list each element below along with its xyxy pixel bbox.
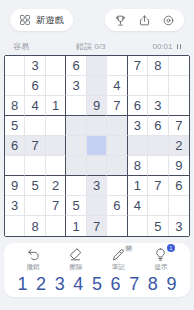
cell-r2c7[interactable] xyxy=(128,76,148,96)
cell-r8c9[interactable] xyxy=(169,196,189,216)
cell-r1c1[interactable] xyxy=(5,56,25,76)
cell-r6c9[interactable]: 9 xyxy=(169,156,189,176)
cell-r2c4[interactable]: 3 xyxy=(66,76,86,96)
cell-r3c4[interactable] xyxy=(66,96,86,116)
pause-button[interactable] xyxy=(176,43,183,51)
top-icon-group xyxy=(105,9,184,31)
erase-label: 擦除 xyxy=(69,263,82,272)
cell-r4c2[interactable] xyxy=(25,116,45,136)
cell-r1c4[interactable]: 6 xyxy=(66,56,86,76)
cell-r4c5[interactable] xyxy=(87,116,107,136)
cell-r5c9[interactable]: 2 xyxy=(169,136,189,156)
cell-r1c3[interactable] xyxy=(46,56,66,76)
cell-r5c8[interactable] xyxy=(148,136,168,156)
cell-r8c5[interactable] xyxy=(87,196,107,216)
cell-r8c8[interactable] xyxy=(148,196,168,216)
cell-r4c6[interactable] xyxy=(107,116,127,136)
cell-r3c3[interactable]: 1 xyxy=(46,96,66,116)
cell-r5c6[interactable] xyxy=(107,136,127,156)
numpad-4[interactable]: 4 xyxy=(70,273,87,295)
undo-label: 撤銷 xyxy=(27,263,40,272)
cell-r4c4[interactable] xyxy=(66,116,86,136)
numpad-7[interactable]: 7 xyxy=(126,273,143,295)
cell-r8c6[interactable]: 6 xyxy=(107,196,127,216)
cell-r8c7[interactable]: 4 xyxy=(128,196,148,216)
numpad-5[interactable]: 5 xyxy=(89,273,106,295)
cell-r6c6[interactable] xyxy=(107,156,127,176)
cell-r7c7[interactable]: 1 xyxy=(128,176,148,196)
settings-icon[interactable] xyxy=(162,14,175,27)
cell-r1c2[interactable]: 3 xyxy=(25,56,45,76)
cell-r2c9[interactable] xyxy=(169,76,189,96)
cell-r6c2[interactable] xyxy=(25,156,45,176)
cell-r9c2[interactable]: 8 xyxy=(25,216,45,236)
share-icon[interactable] xyxy=(138,14,151,27)
hint-label: 提示 xyxy=(154,263,167,272)
numpad-3[interactable]: 3 xyxy=(51,273,68,295)
cell-r1c5[interactable] xyxy=(87,56,107,76)
cell-r9c5[interactable]: 7 xyxy=(87,216,107,236)
cell-r5c7[interactable] xyxy=(128,136,148,156)
cell-r3c9[interactable] xyxy=(169,96,189,116)
cell-r2c3[interactable] xyxy=(46,76,66,96)
numpad: 123456789 xyxy=(11,272,183,295)
grid-icon xyxy=(19,14,31,26)
cell-r6c3[interactable] xyxy=(46,156,66,176)
cell-r4c9[interactable]: 7 xyxy=(169,116,189,136)
cell-r5c4[interactable] xyxy=(66,136,86,156)
timer-group: 00:01 xyxy=(152,42,182,51)
cell-r4c1[interactable]: 5 xyxy=(5,116,25,136)
cell-r9c8[interactable]: 5 xyxy=(148,216,168,236)
cell-r5c3[interactable] xyxy=(46,136,66,156)
cell-r9c3[interactable] xyxy=(46,216,66,236)
cell-r3c6[interactable]: 7 xyxy=(107,96,127,116)
cell-r4c8[interactable]: 6 xyxy=(148,116,168,136)
cell-r7c9[interactable]: 6 xyxy=(169,176,189,196)
numpad-1[interactable]: 1 xyxy=(14,273,31,295)
control-card: 撤銷 擦除 關 筆記 1 xyxy=(4,243,190,297)
cell-r5c1[interactable]: 6 xyxy=(5,136,25,156)
cell-r9c4[interactable]: 1 xyxy=(66,216,86,236)
cell-r7c4[interactable] xyxy=(66,176,86,196)
notes-toggle-badge: 關 xyxy=(124,245,133,252)
cell-r6c4[interactable] xyxy=(66,156,86,176)
cell-r5c5[interactable] xyxy=(87,136,107,156)
cell-r8c1[interactable]: 3 xyxy=(5,196,25,216)
cell-r1c7[interactable]: 7 xyxy=(128,56,148,76)
erase-button[interactable]: 擦除 xyxy=(61,247,91,272)
cell-r9c7[interactable] xyxy=(128,216,148,236)
cell-r2c1[interactable] xyxy=(5,76,25,96)
new-game-label: 新遊戲 xyxy=(36,14,64,27)
cell-r6c7[interactable]: 8 xyxy=(128,156,148,176)
top-bar: 新遊戲 xyxy=(10,9,184,31)
numpad-2[interactable]: 2 xyxy=(33,273,50,295)
undo-icon xyxy=(26,247,41,262)
cell-r6c8[interactable] xyxy=(148,156,168,176)
cell-r7c8[interactable]: 7 xyxy=(148,176,168,196)
trophy-icon[interactable] xyxy=(114,14,127,27)
cell-r7c5[interactable]: 3 xyxy=(87,176,107,196)
cell-r1c8[interactable]: 8 xyxy=(148,56,168,76)
cell-r7c1[interactable]: 9 xyxy=(5,176,25,196)
cell-r7c3[interactable]: 2 xyxy=(46,176,66,196)
numpad-9[interactable]: 9 xyxy=(163,273,180,295)
cell-r3c7[interactable]: 6 xyxy=(128,96,148,116)
cell-r8c2[interactable] xyxy=(25,196,45,216)
sudoku-board: 3678634841976353676728995231763756481753 xyxy=(4,55,190,237)
cell-r6c5[interactable] xyxy=(87,156,107,176)
new-game-button[interactable]: 新遊戲 xyxy=(10,9,73,31)
undo-button[interactable]: 撤銷 xyxy=(18,247,48,272)
cell-r3c2[interactable]: 4 xyxy=(25,96,45,116)
mistakes-counter: 錯誤 0/3 xyxy=(76,41,105,52)
cell-r5c2[interactable]: 7 xyxy=(25,136,45,156)
notes-label: 筆記 xyxy=(112,263,125,272)
cell-r1c6[interactable] xyxy=(107,56,127,76)
cell-r3c5[interactable]: 9 xyxy=(87,96,107,116)
status-bar: 容易 錯誤 0/3 00:01 xyxy=(13,41,182,52)
hint-count-badge: 1 xyxy=(167,244,175,252)
cell-r6c1[interactable] xyxy=(5,156,25,176)
numpad-6[interactable]: 6 xyxy=(107,273,124,295)
cell-r4c3[interactable] xyxy=(46,116,66,136)
tools-row: 撤銷 擦除 關 筆記 1 xyxy=(11,247,183,272)
hint-button[interactable]: 1 提示 xyxy=(146,247,176,272)
cell-r7c2[interactable]: 5 xyxy=(25,176,45,196)
cell-r9c1[interactable] xyxy=(5,216,25,236)
cell-r2c2[interactable]: 6 xyxy=(25,76,45,96)
cell-r7c6[interactable] xyxy=(107,176,127,196)
cell-r3c8[interactable]: 3 xyxy=(148,96,168,116)
cell-r9c9[interactable]: 3 xyxy=(169,216,189,236)
cell-r2c5[interactable] xyxy=(87,76,107,96)
cell-r4c7[interactable]: 3 xyxy=(128,116,148,136)
cell-r8c3[interactable]: 7 xyxy=(46,196,66,216)
timer-value: 00:01 xyxy=(152,42,172,51)
cell-r2c8[interactable] xyxy=(148,76,168,96)
numpad-8[interactable]: 8 xyxy=(144,273,161,295)
cell-r1c9[interactable] xyxy=(169,56,189,76)
difficulty-label: 容易 xyxy=(13,41,29,52)
notes-button[interactable]: 關 筆記 xyxy=(103,247,133,272)
cell-r3c1[interactable]: 8 xyxy=(5,96,25,116)
cell-r8c4[interactable]: 5 xyxy=(66,196,86,216)
cell-r9c6[interactable] xyxy=(107,216,127,236)
eraser-icon xyxy=(68,247,83,262)
cell-r2c6[interactable]: 4 xyxy=(107,76,127,96)
